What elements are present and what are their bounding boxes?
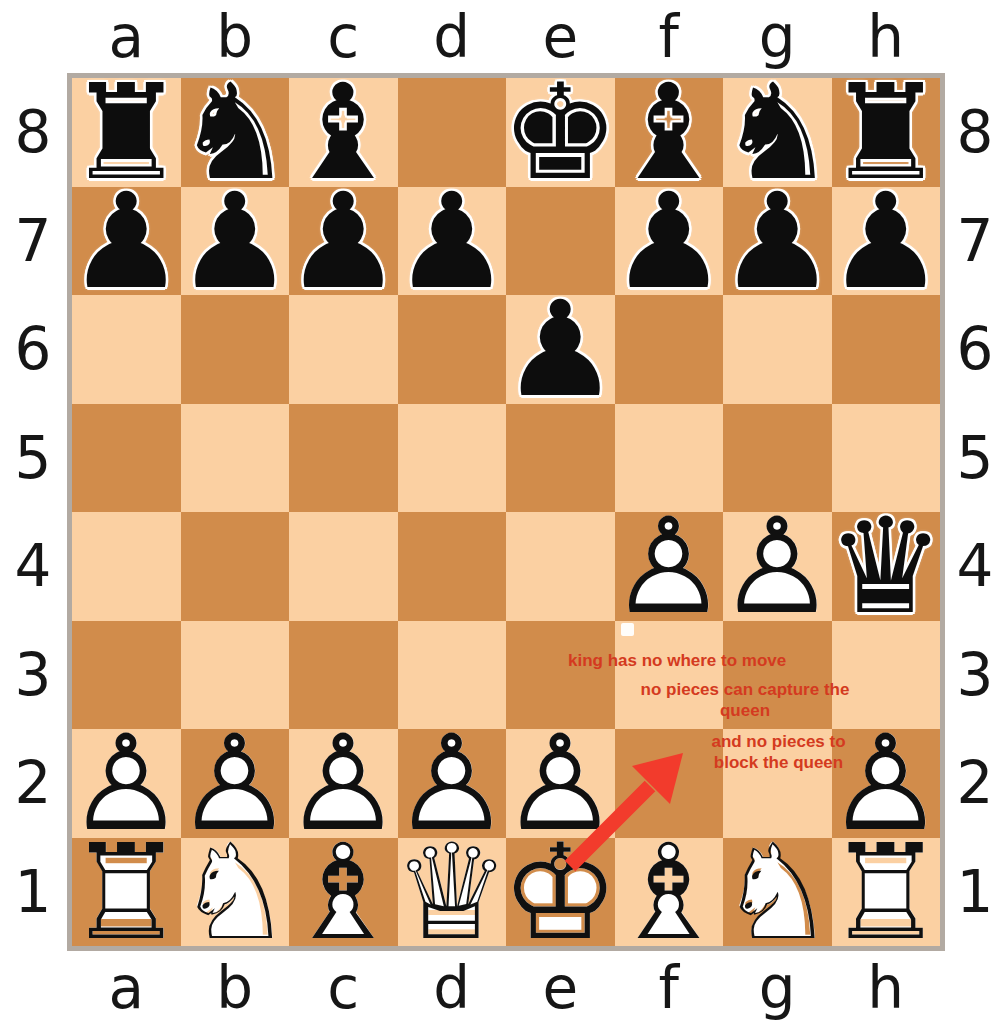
f3-square-marker	[621, 623, 634, 636]
square-e4[interactable]	[506, 512, 615, 621]
white-king-icon: ♔	[506, 838, 615, 947]
white-pawn-icon: ♙	[723, 512, 832, 621]
file-label-d: d	[398, 0, 507, 73]
chess-diagram: abcdefgh abcdefgh 87654321 87654321 ♜♞♝♚…	[0, 0, 1007, 1024]
square-c4[interactable]	[289, 512, 398, 621]
square-e6[interactable]: ♟	[506, 295, 615, 404]
white-bishop: ♝♗	[615, 838, 724, 947]
annotation-no-block: and no pieces to block the queen	[696, 731, 861, 774]
white-rook: ♜♖	[832, 838, 941, 947]
white-pawn: ♟♙	[615, 512, 724, 621]
rank-label-4: 4	[943, 512, 1007, 621]
square-g1[interactable]: ♞♘	[723, 838, 832, 947]
square-a4[interactable]	[72, 512, 181, 621]
square-b6[interactable]	[181, 295, 290, 404]
rank-label-1: 1	[943, 838, 1007, 947]
white-knight: ♞♘	[723, 838, 832, 947]
square-d7[interactable]: ♟	[398, 187, 507, 296]
black-pawn-icon: ♟	[398, 187, 507, 296]
square-c5[interactable]	[289, 404, 398, 513]
black-pawn-icon: ♟	[72, 187, 181, 296]
white-rook-icon: ♖	[832, 838, 941, 947]
white-king: ♚♔	[506, 838, 615, 947]
white-rook-icon: ♖	[72, 838, 181, 947]
rank-label-3: 3	[943, 621, 1007, 730]
black-queen: ♛	[832, 512, 941, 621]
rank-label-3: 3	[1, 621, 65, 730]
rank-labels-left: 87654321	[1, 78, 65, 946]
rank-label-8: 8	[1, 78, 65, 187]
black-pawn: ♟	[506, 295, 615, 404]
square-b5[interactable]	[181, 404, 290, 513]
white-bishop-icon: ♗	[289, 838, 398, 947]
black-pawn-icon: ♟	[832, 187, 941, 296]
black-pawn: ♟	[723, 187, 832, 296]
black-pawn: ♟	[832, 187, 941, 296]
black-pawn-icon: ♟	[289, 187, 398, 296]
black-king: ♚	[506, 78, 615, 187]
rank-label-6: 6	[943, 295, 1007, 404]
white-queen-icon: ♕	[398, 838, 507, 947]
black-pawn: ♟	[289, 187, 398, 296]
square-h6[interactable]	[832, 295, 941, 404]
black-pawn: ♟	[72, 187, 181, 296]
rank-label-5: 5	[943, 404, 1007, 513]
annotation-no-capture: no pieces can capture the queen	[625, 679, 865, 722]
square-f1[interactable]: ♝♗	[615, 838, 724, 947]
square-e1[interactable]: ♚♔	[506, 838, 615, 947]
rank-label-4: 4	[1, 512, 65, 621]
white-knight-icon: ♘	[181, 838, 290, 947]
rank-label-2: 2	[943, 729, 1007, 838]
square-h1[interactable]: ♜♖	[832, 838, 941, 947]
white-pawn-icon: ♙	[615, 512, 724, 621]
square-f7[interactable]: ♟	[615, 187, 724, 296]
rank-label-2: 2	[1, 729, 65, 838]
square-c6[interactable]	[289, 295, 398, 404]
white-knight: ♞♘	[181, 838, 290, 947]
square-e5[interactable]	[506, 404, 615, 513]
square-h4[interactable]: ♛	[832, 512, 941, 621]
square-b1[interactable]: ♞♘	[181, 838, 290, 947]
black-pawn-icon: ♟	[723, 187, 832, 296]
black-pawn: ♟	[181, 187, 290, 296]
rank-labels-right: 87654321	[943, 78, 1007, 946]
white-pawn: ♟♙	[723, 512, 832, 621]
square-c1[interactable]: ♝♗	[289, 838, 398, 947]
rank-label-1: 1	[1, 838, 65, 947]
black-king-icon: ♚	[506, 78, 615, 187]
black-queen-icon: ♛	[832, 512, 941, 621]
square-d6[interactable]	[398, 295, 507, 404]
square-e8[interactable]: ♚	[506, 78, 615, 187]
black-pawn-icon: ♟	[506, 295, 615, 404]
square-b4[interactable]	[181, 512, 290, 621]
white-bishop: ♝♗	[289, 838, 398, 947]
square-g6[interactable]	[723, 295, 832, 404]
square-a5[interactable]	[72, 404, 181, 513]
square-a6[interactable]	[72, 295, 181, 404]
square-f4[interactable]: ♟♙	[615, 512, 724, 621]
square-d4[interactable]	[398, 512, 507, 621]
board: ♜♞♝♚♝♞♜♟♟♟♟♟♟♟♟♟♙♟♙♛♟♙♟♙♟♙♟♙♟♙♟♙♜♖♞♘♝♗♛♕…	[67, 73, 945, 951]
annotation-king-no-move: king has no where to move	[568, 650, 786, 671]
square-b7[interactable]: ♟	[181, 187, 290, 296]
black-pawn-icon: ♟	[181, 187, 290, 296]
square-g4[interactable]: ♟♙	[723, 512, 832, 621]
rank-label-7: 7	[943, 187, 1007, 296]
white-bishop-icon: ♗	[615, 838, 724, 947]
rank-label-8: 8	[943, 78, 1007, 187]
white-knight-icon: ♘	[723, 838, 832, 947]
square-a1[interactable]: ♜♖	[72, 838, 181, 947]
black-pawn-icon: ♟	[615, 187, 724, 296]
white-queen: ♛♕	[398, 838, 507, 947]
black-pawn: ♟	[615, 187, 724, 296]
white-rook: ♜♖	[72, 838, 181, 947]
square-d1[interactable]: ♛♕	[398, 838, 507, 947]
square-c7[interactable]: ♟	[289, 187, 398, 296]
rank-label-6: 6	[1, 295, 65, 404]
rank-label-7: 7	[1, 187, 65, 296]
square-h7[interactable]: ♟	[832, 187, 941, 296]
square-a7[interactable]: ♟	[72, 187, 181, 296]
square-g7[interactable]: ♟	[723, 187, 832, 296]
square-d5[interactable]	[398, 404, 507, 513]
rank-label-5: 5	[1, 404, 65, 513]
black-pawn: ♟	[398, 187, 507, 296]
square-f6[interactable]	[615, 295, 724, 404]
